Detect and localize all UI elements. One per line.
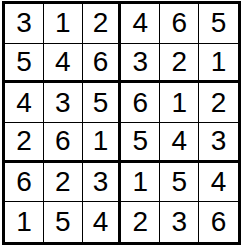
- sudoku-cell-r5c1[interactable]: 6: [5, 163, 44, 203]
- sudoku-cell-r4c1[interactable]: 2: [5, 123, 44, 163]
- sudoku-cell-r1c2[interactable]: 1: [44, 4, 83, 44]
- sudoku-cell-r4c2[interactable]: 6: [44, 123, 83, 163]
- sudoku-cell-r2c3[interactable]: 6: [83, 44, 122, 84]
- sudoku-cell-r6c3[interactable]: 4: [83, 202, 122, 242]
- sudoku-cell-r5c6[interactable]: 4: [199, 163, 238, 203]
- sudoku-cell-r3c1[interactable]: 4: [5, 83, 44, 123]
- sudoku-cell-r4c3[interactable]: 1: [83, 123, 122, 163]
- sudoku-cell-r4c6[interactable]: 3: [199, 123, 238, 163]
- sudoku-cell-r2c2[interactable]: 4: [44, 44, 83, 84]
- sudoku-cell-r3c2[interactable]: 3: [44, 83, 83, 123]
- sudoku-cell-r4c4[interactable]: 5: [121, 123, 160, 163]
- sudoku-cell-r3c6[interactable]: 2: [199, 83, 238, 123]
- sudoku-cell-r1c6[interactable]: 5: [199, 4, 238, 44]
- sudoku-cell-r3c3[interactable]: 5: [83, 83, 122, 123]
- sudoku-cell-r1c1[interactable]: 3: [5, 4, 44, 44]
- sudoku-cell-r6c6[interactable]: 6: [199, 202, 238, 242]
- sudoku-cell-r1c5[interactable]: 6: [160, 4, 199, 44]
- sudoku-cell-r6c2[interactable]: 5: [44, 202, 83, 242]
- sudoku-cell-r5c2[interactable]: 2: [44, 163, 83, 203]
- sudoku-cell-r5c5[interactable]: 5: [160, 163, 199, 203]
- sudoku-cell-r6c4[interactable]: 2: [121, 202, 160, 242]
- sudoku-cell-r3c5[interactable]: 1: [160, 83, 199, 123]
- sudoku-cell-r6c1[interactable]: 1: [5, 202, 44, 242]
- sudoku-cell-r1c3[interactable]: 2: [83, 4, 122, 44]
- sudoku-cell-r1c4[interactable]: 4: [121, 4, 160, 44]
- sudoku-cell-r2c6[interactable]: 1: [199, 44, 238, 84]
- sudoku-cell-r6c5[interactable]: 3: [160, 202, 199, 242]
- sudoku-cell-r5c4[interactable]: 1: [121, 163, 160, 203]
- sudoku-cell-r2c5[interactable]: 2: [160, 44, 199, 84]
- sudoku-board: 312465546321435612261543623154154236: [2, 1, 241, 245]
- sudoku-cell-r3c4[interactable]: 6: [121, 83, 160, 123]
- sudoku-cell-r4c5[interactable]: 4: [160, 123, 199, 163]
- sudoku-cell-r2c1[interactable]: 5: [5, 44, 44, 84]
- sudoku-cell-r5c3[interactable]: 3: [83, 163, 122, 203]
- sudoku-cell-r2c4[interactable]: 3: [121, 44, 160, 84]
